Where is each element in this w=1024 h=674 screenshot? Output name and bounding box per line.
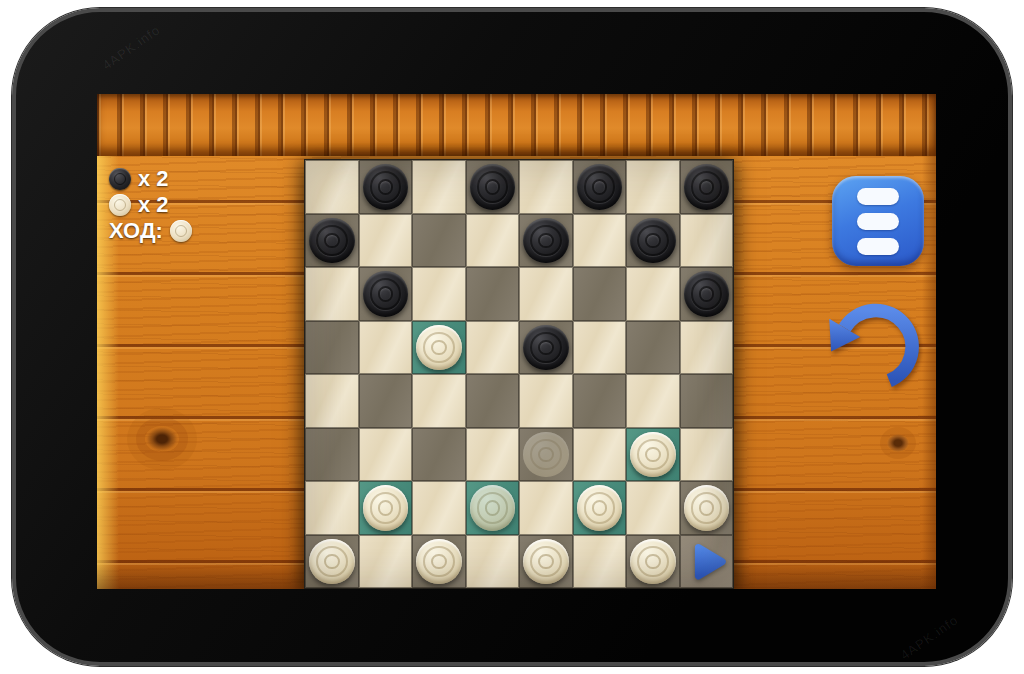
black-checker-piece[interactable] xyxy=(684,271,730,317)
white-checker-piece[interactable] xyxy=(416,539,462,585)
white-checker-piece[interactable] xyxy=(630,539,676,585)
board-square[interactable] xyxy=(305,267,359,321)
board-square[interactable] xyxy=(680,374,734,428)
black-checker-piece[interactable] xyxy=(523,325,569,371)
black-checker-piece[interactable] xyxy=(309,218,355,264)
board-square[interactable] xyxy=(519,535,573,589)
board-square[interactable] xyxy=(680,267,734,321)
board-square[interactable] xyxy=(359,374,413,428)
board-square[interactable] xyxy=(573,481,627,535)
board-square[interactable] xyxy=(359,160,413,214)
white-checker-piece[interactable] xyxy=(577,485,623,531)
white-checker-piece[interactable] xyxy=(523,539,569,585)
board-square[interactable] xyxy=(305,321,359,375)
white-checker-piece[interactable] xyxy=(630,432,676,478)
wood-fence-background xyxy=(97,94,936,156)
menu-icon xyxy=(857,213,899,230)
board-square[interactable] xyxy=(466,267,520,321)
watermark: 4APK.info xyxy=(100,22,163,73)
board-square[interactable] xyxy=(626,321,680,375)
black-checker-piece[interactable] xyxy=(577,164,623,210)
board-square[interactable] xyxy=(359,428,413,482)
white-checker-piece[interactable] xyxy=(363,485,409,531)
black-checker-piece[interactable] xyxy=(630,218,676,264)
play-triangle-icon[interactable] xyxy=(683,538,731,586)
board-square[interactable] xyxy=(626,481,680,535)
board-square[interactable] xyxy=(412,428,466,482)
board-square[interactable] xyxy=(466,428,520,482)
board-square[interactable] xyxy=(305,160,359,214)
board-square[interactable] xyxy=(412,374,466,428)
turn-indicator-row: ХОД: xyxy=(109,218,192,244)
checkers-board xyxy=(304,159,734,589)
black-captures-row: x 2 xyxy=(109,166,192,192)
board-square[interactable] xyxy=(519,374,573,428)
board-square[interactable] xyxy=(626,267,680,321)
page: { "game": "checkers", "app": { "watermar… xyxy=(0,0,1024,674)
board-square[interactable] xyxy=(573,428,627,482)
board-square[interactable] xyxy=(519,321,573,375)
board-square[interactable] xyxy=(412,535,466,589)
board-square[interactable] xyxy=(573,267,627,321)
black-checker-piece[interactable] xyxy=(470,164,516,210)
white-captures-row: x 2 xyxy=(109,192,192,218)
board-square[interactable] xyxy=(680,481,734,535)
menu-icon xyxy=(857,238,899,255)
board-square[interactable] xyxy=(359,267,413,321)
white-checker-piece[interactable] xyxy=(684,485,730,531)
black-checker-icon xyxy=(109,168,131,190)
board-square[interactable] xyxy=(466,481,520,535)
white-checker-icon xyxy=(170,220,192,242)
game-screen: x 2 x 2 ХОД: xyxy=(97,94,936,589)
white-checker-piece[interactable] xyxy=(416,325,462,371)
board-square[interactable] xyxy=(359,321,413,375)
board-square[interactable] xyxy=(359,535,413,589)
board-square[interactable] xyxy=(412,160,466,214)
board-square[interactable] xyxy=(626,428,680,482)
board-square[interactable] xyxy=(519,481,573,535)
board-square[interactable] xyxy=(305,481,359,535)
board-square[interactable] xyxy=(359,214,413,268)
board-square[interactable] xyxy=(680,535,734,589)
board-square[interactable] xyxy=(519,160,573,214)
board-square[interactable] xyxy=(305,535,359,589)
white-checker-icon xyxy=(109,194,131,216)
board-square[interactable] xyxy=(412,267,466,321)
white-checker-piece[interactable] xyxy=(470,485,516,531)
board-square[interactable] xyxy=(359,481,413,535)
board-square[interactable] xyxy=(412,321,466,375)
wood-edge-shadow xyxy=(922,94,936,589)
board-square[interactable] xyxy=(680,214,734,268)
board-square[interactable] xyxy=(466,160,520,214)
board-square[interactable] xyxy=(680,428,734,482)
board-square[interactable] xyxy=(519,428,573,482)
board-square[interactable] xyxy=(573,374,627,428)
board-square[interactable] xyxy=(573,160,627,214)
tablet-frame: 4APK.info 4APK.info x 2 x 2 ХОД: xyxy=(12,8,1012,666)
board-square[interactable] xyxy=(466,214,520,268)
board-square[interactable] xyxy=(305,428,359,482)
white-captures-label: x 2 xyxy=(138,192,169,218)
black-captures-label: x 2 xyxy=(138,166,169,192)
white-checker-piece[interactable] xyxy=(523,432,569,478)
white-checker-piece[interactable] xyxy=(309,539,355,585)
board-square[interactable] xyxy=(573,321,627,375)
score-panel: x 2 x 2 ХОД: xyxy=(109,166,192,244)
board-square[interactable] xyxy=(626,214,680,268)
board-square[interactable] xyxy=(305,374,359,428)
board-square[interactable] xyxy=(573,214,627,268)
board-square[interactable] xyxy=(466,321,520,375)
board-square[interactable] xyxy=(466,374,520,428)
menu-button[interactable] xyxy=(832,176,924,266)
board-square[interactable] xyxy=(519,214,573,268)
board-square[interactable] xyxy=(573,535,627,589)
undo-button[interactable] xyxy=(822,294,922,389)
black-checker-piece[interactable] xyxy=(363,271,409,317)
menu-icon xyxy=(857,188,899,205)
board-square[interactable] xyxy=(519,267,573,321)
board-square[interactable] xyxy=(466,535,520,589)
undo-arrow-icon xyxy=(822,294,922,389)
black-checker-piece[interactable] xyxy=(684,164,730,210)
board-square[interactable] xyxy=(626,535,680,589)
board-square[interactable] xyxy=(680,321,734,375)
board-square[interactable] xyxy=(305,214,359,268)
watermark: 4APK.info xyxy=(898,612,961,663)
board-square[interactable] xyxy=(626,374,680,428)
board-square[interactable] xyxy=(680,160,734,214)
black-checker-piece[interactable] xyxy=(523,218,569,264)
board-square[interactable] xyxy=(412,214,466,268)
board-square[interactable] xyxy=(412,481,466,535)
board-square[interactable] xyxy=(626,160,680,214)
black-checker-piece[interactable] xyxy=(363,164,409,210)
turn-label: ХОД: xyxy=(109,218,163,244)
